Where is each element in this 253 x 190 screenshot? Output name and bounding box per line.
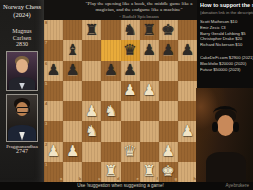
square-c3: ♞ xyxy=(82,121,101,141)
square-f7: ♟ xyxy=(140,40,159,60)
player-top-rating: 2830 xyxy=(0,41,44,48)
square-h8 xyxy=(178,20,197,40)
white-pawn-a2: ♟ xyxy=(44,142,63,162)
donor-line: Richard Nickerson $10 xyxy=(200,42,253,48)
white-rook-d1: ♜ xyxy=(101,162,120,182)
square-e8: ♞ xyxy=(121,20,140,40)
bottom-bar: Use !suggestion when suggesting a game! … xyxy=(0,182,253,190)
white-pawn-e5: ♟ xyxy=(121,81,140,101)
sponsor-list: CakeDeFi.com $2900 (2021)Blockfolio $200… xyxy=(200,55,253,72)
square-e7: ♛ xyxy=(121,40,140,60)
event-name: Norway Chess xyxy=(0,3,44,11)
square-g1: g♚ xyxy=(159,162,178,182)
black-pawn-h7: ♟ xyxy=(178,40,197,60)
face-shape xyxy=(217,115,234,136)
square-b1: b xyxy=(63,162,82,182)
square-a8: 8 xyxy=(44,20,63,40)
player-bottom: Praggnanandhaa 2747 xyxy=(0,144,44,155)
headphones-earcup-left xyxy=(212,122,218,132)
coord-file-b: b xyxy=(79,177,81,181)
black-pawn-a6: ♟ xyxy=(44,61,63,81)
coord-rank-4: 4 xyxy=(45,102,47,106)
face-shape xyxy=(16,59,28,73)
coord-file-a: a xyxy=(60,177,62,181)
square-h5 xyxy=(178,81,197,101)
square-d2 xyxy=(101,142,120,162)
square-d1: d♜ xyxy=(101,162,120,182)
white-rook-f1: ♜ xyxy=(140,162,159,182)
glasses-shape xyxy=(16,107,30,113)
support-subheading: (donation link in the description) xyxy=(200,10,253,15)
headphones-earcup-right xyxy=(233,122,239,132)
square-f2 xyxy=(140,142,159,162)
black-pawn-b6: ♟ xyxy=(63,61,82,81)
square-e5: ♟ xyxy=(121,81,140,101)
square-h6 xyxy=(178,61,197,81)
square-d6: ♟ xyxy=(101,61,120,81)
square-c6 xyxy=(82,61,101,81)
black-rook-c8: ♜ xyxy=(82,20,101,40)
coord-file-e: e xyxy=(136,177,138,181)
white-pawn-b2: ♟ xyxy=(63,142,82,162)
square-h2 xyxy=(178,142,197,162)
black-knight-e8: ♞ xyxy=(121,20,140,40)
square-f3 xyxy=(140,121,159,141)
square-c7 xyxy=(82,40,101,60)
black-pawn-d6: ♟ xyxy=(101,61,120,81)
black-pawn-g7: ♟ xyxy=(159,40,178,60)
square-b8 xyxy=(63,20,82,40)
square-e2: ♛ xyxy=(121,142,140,162)
sponsor-line: Blockfolio $20000 (2020) xyxy=(200,61,253,67)
player-top: Magnus Carlsen 2830 xyxy=(0,28,44,48)
square-a5: 5 xyxy=(44,81,63,101)
white-queen-e2: ♛ xyxy=(121,142,140,162)
square-d4: ♞ xyxy=(101,101,120,121)
torso-shape xyxy=(206,152,246,182)
square-e6: ♟ xyxy=(121,61,140,81)
white-pawn-f5: ♟ xyxy=(140,81,159,101)
square-a2: 2♟ xyxy=(44,142,63,162)
event-year: (2024) xyxy=(0,11,44,19)
support-heading: How to support the stream xyxy=(200,2,253,8)
coord-rank-7: 7 xyxy=(45,41,47,45)
white-knight-d4: ♞ xyxy=(101,101,120,121)
sponsor-line: Futuur $50000 (2023) xyxy=(200,67,253,73)
square-d5 xyxy=(101,81,120,101)
square-b5 xyxy=(63,81,82,101)
quote-attribution: - Rudolf Spielmann xyxy=(82,14,196,20)
square-d8 xyxy=(101,20,120,40)
square-h1: h xyxy=(178,162,197,182)
coord-rank-1: 1 xyxy=(45,163,47,167)
black-queen-e7: ♛ xyxy=(121,40,140,60)
square-f4 xyxy=(140,101,159,121)
coord-rank-3: 3 xyxy=(45,122,47,126)
coord-file-c: c xyxy=(98,177,100,181)
square-g5 xyxy=(159,81,178,101)
quote-text: "Play the opening like a book, the middl… xyxy=(82,1,196,13)
square-c2 xyxy=(82,142,101,162)
event-title: Norway Chess (2024) xyxy=(0,0,44,18)
black-rook-f8: ♜ xyxy=(140,20,159,40)
chess-board: 8♜♞♜♚7♝♛♟♟♟6♟♟♟♟5♟♟4♟♞3♞♟2♟♟♛♟1abcd♜ef♜g… xyxy=(44,20,197,182)
square-b2: ♟ xyxy=(63,142,82,162)
streamer-webcam xyxy=(196,88,253,182)
square-f8: ♜ xyxy=(140,20,159,40)
square-g4 xyxy=(159,101,178,121)
square-g6 xyxy=(159,61,178,81)
left-panel: Norway Chess (2024) Magnus Carlsen 2830 … xyxy=(0,0,44,182)
white-pawn-c4: ♟ xyxy=(82,101,101,121)
square-g8: ♚ xyxy=(159,20,178,40)
bottom-right-text: Ayebrukere xyxy=(226,182,249,190)
square-h4 xyxy=(178,101,197,121)
black-king-g8: ♚ xyxy=(159,20,178,40)
square-h7: ♟ xyxy=(178,40,197,60)
square-d7 xyxy=(101,40,120,60)
player-bottom-rating: 2747 xyxy=(0,149,44,155)
square-g2: ♟ xyxy=(159,142,178,162)
square-b3 xyxy=(63,121,82,141)
square-a7: 7 xyxy=(44,40,63,60)
white-king-g1: ♚ xyxy=(159,162,178,182)
square-e3 xyxy=(121,121,140,141)
square-c4: ♟ xyxy=(82,101,101,121)
square-b7: ♝ xyxy=(63,40,82,60)
square-g3 xyxy=(159,121,178,141)
square-b6: ♟ xyxy=(63,61,82,81)
stream-overlay: Norway Chess (2024) Magnus Carlsen 2830 … xyxy=(0,0,253,190)
black-pawn-f7: ♟ xyxy=(140,40,159,60)
black-pawn-e6: ♟ xyxy=(121,61,140,81)
player-top-photo xyxy=(6,51,38,91)
donor-list: Scott Matheson $10Emir Zecic €3Barry Ger… xyxy=(200,19,253,48)
coord-rank-5: 5 xyxy=(45,82,47,86)
player-bottom-photo xyxy=(6,94,38,142)
white-pawn-h3: ♟ xyxy=(178,121,197,141)
coord-rank-8: 8 xyxy=(45,21,47,25)
board-footer-text: Use !suggestion when suggesting a game! xyxy=(44,182,197,190)
square-e1: e xyxy=(121,162,140,182)
square-a1: 1a xyxy=(44,162,63,182)
white-pawn-g2: ♟ xyxy=(159,142,178,162)
square-g7: ♟ xyxy=(159,40,178,60)
square-a3: 3 xyxy=(44,121,63,141)
square-a4: 4 xyxy=(44,101,63,121)
square-e4 xyxy=(121,101,140,121)
square-b4 xyxy=(63,101,82,121)
square-f1: f♜ xyxy=(140,162,159,182)
square-h3: ♟ xyxy=(178,121,197,141)
square-a6: 6♟ xyxy=(44,61,63,81)
white-knight-c3: ♞ xyxy=(82,121,101,141)
quote-block: "Play the opening like a book, the middl… xyxy=(82,1,196,19)
square-f6 xyxy=(140,61,159,81)
square-c5 xyxy=(82,81,101,101)
square-d3 xyxy=(101,121,120,141)
square-f5: ♟ xyxy=(140,81,159,101)
square-c8: ♜ xyxy=(82,20,101,40)
square-c1: c xyxy=(82,162,101,182)
support-panel: How to support the stream (donation link… xyxy=(197,0,253,88)
sponsor-line: CakeDeFi.com $2900 (2021) xyxy=(200,55,253,61)
black-bishop-b7: ♝ xyxy=(63,40,82,60)
